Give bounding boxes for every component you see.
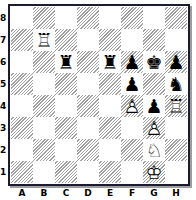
square-e1[interactable] <box>99 161 121 183</box>
rank-label-6: 6 <box>0 51 7 73</box>
square-h2[interactable] <box>165 139 187 161</box>
square-h3[interactable] <box>165 117 187 139</box>
square-g3[interactable]: ♟♙ <box>143 117 165 139</box>
square-f4[interactable]: ♟♙ <box>121 95 143 117</box>
white-pawn[interactable]: ♙ <box>121 95 143 117</box>
rank-label-3: 3 <box>0 117 7 139</box>
square-b3[interactable] <box>33 117 55 139</box>
square-a2[interactable] <box>11 139 33 161</box>
square-e5[interactable] <box>99 73 121 95</box>
square-g4[interactable]: ♟ <box>143 95 165 117</box>
file-label-b: B <box>33 188 55 199</box>
rank-label-1: 1 <box>0 161 7 183</box>
square-e2[interactable] <box>99 139 121 161</box>
square-c7[interactable] <box>55 29 77 51</box>
square-c5[interactable] <box>55 73 77 95</box>
white-rook[interactable]: ♖ <box>165 95 187 117</box>
square-c4[interactable] <box>55 95 77 117</box>
rank-label-8: 8 <box>0 7 7 29</box>
square-d6[interactable] <box>77 51 99 73</box>
square-e3[interactable] <box>99 117 121 139</box>
white-rook[interactable]: ♖ <box>33 29 55 51</box>
rank-label-5: 5 <box>0 73 7 95</box>
square-e8[interactable] <box>99 7 121 29</box>
square-c2[interactable] <box>55 139 77 161</box>
file-label-f: F <box>121 188 143 199</box>
square-b4[interactable] <box>33 95 55 117</box>
square-d7[interactable] <box>77 29 99 51</box>
rank-label-4: 4 <box>0 95 7 117</box>
square-f8[interactable] <box>121 7 143 29</box>
square-g8[interactable] <box>143 7 165 29</box>
file-label-c: C <box>55 188 77 199</box>
black-rook[interactable]: ♜ <box>55 51 77 73</box>
black-pawn[interactable]: ♟ <box>121 51 143 73</box>
rank-label-7: 7 <box>0 29 7 51</box>
square-b1[interactable] <box>33 161 55 183</box>
square-f3[interactable] <box>121 117 143 139</box>
square-h5[interactable]: ♞ <box>165 73 187 95</box>
black-pawn[interactable]: ♟ <box>165 51 187 73</box>
white-king[interactable]: ♔ <box>143 161 165 183</box>
square-d8[interactable] <box>77 7 99 29</box>
square-a6[interactable] <box>11 51 33 73</box>
file-label-e: E <box>99 188 121 199</box>
file-labels: ABCDEFGH <box>11 188 187 199</box>
square-b5[interactable] <box>33 73 55 95</box>
square-a4[interactable] <box>11 95 33 117</box>
white-pawn[interactable]: ♙ <box>143 117 165 139</box>
square-h4[interactable]: ♜♖ <box>165 95 187 117</box>
square-h6[interactable]: ♟ <box>165 51 187 73</box>
square-a5[interactable] <box>11 73 33 95</box>
square-a8[interactable] <box>11 7 33 29</box>
square-h7[interactable] <box>165 29 187 51</box>
square-b7[interactable]: ♜♖ <box>33 29 55 51</box>
chess-diagram: 87654321 ♜♖♜♜♟♚♟♟♞♟♙♟♜♖♟♙♞♘♚♔ ABCDEFGH <box>0 0 196 200</box>
square-b2[interactable] <box>33 139 55 161</box>
square-h8[interactable] <box>165 7 187 29</box>
square-g2[interactable]: ♞♘ <box>143 139 165 161</box>
square-a7[interactable] <box>11 29 33 51</box>
square-c6[interactable]: ♜ <box>55 51 77 73</box>
square-d3[interactable] <box>77 117 99 139</box>
chess-board[interactable]: ♜♖♜♜♟♚♟♟♞♟♙♟♜♖♟♙♞♘♚♔ <box>8 4 190 186</box>
square-c8[interactable] <box>55 7 77 29</box>
square-g1[interactable]: ♚♔ <box>143 161 165 183</box>
square-b8[interactable] <box>33 7 55 29</box>
file-label-a: A <box>11 188 33 199</box>
square-h1[interactable] <box>165 161 187 183</box>
square-f1[interactable] <box>121 161 143 183</box>
square-a1[interactable] <box>11 161 33 183</box>
file-label-g: G <box>143 188 165 199</box>
square-b6[interactable] <box>33 51 55 73</box>
black-pawn[interactable]: ♟ <box>143 95 165 117</box>
white-knight[interactable]: ♘ <box>143 139 165 161</box>
square-f7[interactable] <box>121 29 143 51</box>
black-rook[interactable]: ♜ <box>99 51 121 73</box>
square-c1[interactable] <box>55 161 77 183</box>
square-f5[interactable]: ♟ <box>121 73 143 95</box>
square-d1[interactable] <box>77 161 99 183</box>
black-pawn[interactable]: ♟ <box>121 73 143 95</box>
rank-labels: 87654321 <box>0 7 7 183</box>
square-e6[interactable]: ♜ <box>99 51 121 73</box>
square-f6[interactable]: ♟ <box>121 51 143 73</box>
square-e4[interactable] <box>99 95 121 117</box>
square-d5[interactable] <box>77 73 99 95</box>
square-g7[interactable] <box>143 29 165 51</box>
rank-label-2: 2 <box>0 139 7 161</box>
black-king[interactable]: ♚ <box>143 51 165 73</box>
square-g6[interactable]: ♚ <box>143 51 165 73</box>
square-c3[interactable] <box>55 117 77 139</box>
black-knight[interactable]: ♞ <box>165 73 187 95</box>
square-d4[interactable] <box>77 95 99 117</box>
file-label-d: D <box>77 188 99 199</box>
square-a3[interactable] <box>11 117 33 139</box>
square-e7[interactable] <box>99 29 121 51</box>
square-g5[interactable] <box>143 73 165 95</box>
square-f2[interactable] <box>121 139 143 161</box>
square-d2[interactable] <box>77 139 99 161</box>
file-label-h: H <box>165 188 187 199</box>
